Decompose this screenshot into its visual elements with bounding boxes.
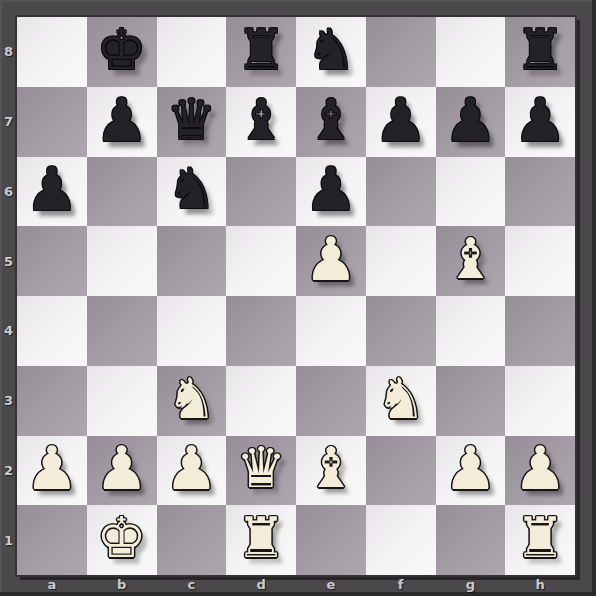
- black-pawn-f7: ♟: [374, 90, 428, 150]
- square-f4[interactable]: [366, 296, 436, 366]
- file-label-e: e: [296, 575, 366, 594]
- square-e8[interactable]: ♞: [296, 17, 366, 87]
- rank-label-8: 8: [0, 17, 17, 87]
- black-queen-c7: ♛: [166, 92, 216, 148]
- square-h5[interactable]: [505, 226, 575, 296]
- square-c7[interactable]: ♛: [157, 87, 227, 157]
- square-c3[interactable]: ♞: [157, 366, 227, 436]
- square-d1[interactable]: ♜: [226, 505, 296, 575]
- black-rook-d8: ♜: [236, 22, 286, 78]
- black-king-b8: ♚: [97, 22, 147, 78]
- file-label-d: d: [226, 575, 296, 594]
- white-pawn-b2: ♟: [95, 438, 149, 498]
- black-knight-e8: ♞: [306, 22, 356, 78]
- rank-label-6: 6: [0, 157, 17, 227]
- black-pawn-b7: ♟: [95, 90, 149, 150]
- square-a2[interactable]: ♟: [17, 436, 87, 506]
- square-f8[interactable]: [366, 17, 436, 87]
- rank-label-1: 1: [0, 505, 17, 575]
- square-g8[interactable]: [436, 17, 506, 87]
- square-h4[interactable]: [505, 296, 575, 366]
- square-c8[interactable]: [157, 17, 227, 87]
- white-pawn-g2: ♟: [443, 438, 497, 498]
- square-d4[interactable]: [226, 296, 296, 366]
- square-g1[interactable]: [436, 505, 506, 575]
- file-label-g: g: [436, 575, 506, 594]
- file-label-h: h: [505, 575, 575, 594]
- white-rook-h1: ♜: [515, 510, 565, 566]
- square-g5[interactable]: ♝: [436, 226, 506, 296]
- square-a3[interactable]: [17, 366, 87, 436]
- square-g4[interactable]: [436, 296, 506, 366]
- square-e3[interactable]: [296, 366, 366, 436]
- square-b5[interactable]: [87, 226, 157, 296]
- square-f5[interactable]: [366, 226, 436, 296]
- black-knight-c6: ♞: [166, 161, 216, 217]
- square-b4[interactable]: [87, 296, 157, 366]
- white-bishop-g5: ♝: [445, 231, 495, 287]
- square-f3[interactable]: ♞: [366, 366, 436, 436]
- square-c2[interactable]: ♟: [157, 436, 227, 506]
- square-g6[interactable]: [436, 157, 506, 227]
- square-h2[interactable]: ♟: [505, 436, 575, 506]
- white-queen-d2: ♛: [236, 440, 286, 496]
- square-d3[interactable]: [226, 366, 296, 436]
- square-b8[interactable]: ♚: [87, 17, 157, 87]
- square-f6[interactable]: [366, 157, 436, 227]
- square-c5[interactable]: [157, 226, 227, 296]
- square-g7[interactable]: ♟: [436, 87, 506, 157]
- square-f1[interactable]: [366, 505, 436, 575]
- square-e7[interactable]: ♝: [296, 87, 366, 157]
- white-pawn-e5: ♟: [304, 229, 358, 289]
- square-d7[interactable]: ♝: [226, 87, 296, 157]
- square-d2[interactable]: ♛: [226, 436, 296, 506]
- square-a5[interactable]: [17, 226, 87, 296]
- white-knight-f3: ♞: [376, 371, 426, 427]
- white-rook-d1: ♜: [236, 510, 286, 566]
- square-e4[interactable]: [296, 296, 366, 366]
- square-e2[interactable]: ♝: [296, 436, 366, 506]
- rank-label-5: 5: [0, 226, 17, 296]
- square-f7[interactable]: ♟: [366, 87, 436, 157]
- rank-label-3: 3: [0, 366, 17, 436]
- square-h1[interactable]: ♜: [505, 505, 575, 575]
- square-e1[interactable]: [296, 505, 366, 575]
- rank-label-2: 2: [0, 436, 17, 506]
- white-pawn-a2: ♟: [25, 438, 79, 498]
- square-d6[interactable]: [226, 157, 296, 227]
- white-knight-c3: ♞: [166, 371, 216, 427]
- white-pawn-h2: ♟: [513, 438, 567, 498]
- chessboard-frame: 87654321 ♚♜♞♜♟♛♝♝♟♟♟♟♞♟♟♝♞♞♟♟♟♛♝♟♟♚♜♜ ab…: [0, 0, 596, 596]
- square-a7[interactable]: [17, 87, 87, 157]
- square-b3[interactable]: [87, 366, 157, 436]
- square-d5[interactable]: [226, 226, 296, 296]
- white-pawn-c2: ♟: [164, 438, 218, 498]
- square-h8[interactable]: ♜: [505, 17, 575, 87]
- square-h6[interactable]: [505, 157, 575, 227]
- rank-label-4: 4: [0, 296, 17, 366]
- square-h7[interactable]: ♟: [505, 87, 575, 157]
- black-bishop-d7: ♝: [236, 92, 286, 148]
- file-label-c: c: [157, 575, 227, 594]
- black-rook-h8: ♜: [515, 22, 565, 78]
- white-king-b1: ♚: [97, 510, 147, 566]
- square-b2[interactable]: ♟: [87, 436, 157, 506]
- square-e6[interactable]: ♟: [296, 157, 366, 227]
- rank-label-7: 7: [0, 87, 17, 157]
- file-label-b: b: [87, 575, 157, 594]
- file-label-f: f: [366, 575, 436, 594]
- square-c6[interactable]: ♞: [157, 157, 227, 227]
- square-c1[interactable]: [157, 505, 227, 575]
- chessboard: ♚♜♞♜♟♛♝♝♟♟♟♟♞♟♟♝♞♞♟♟♟♛♝♟♟♚♜♜: [17, 17, 575, 575]
- square-c4[interactable]: [157, 296, 227, 366]
- square-e5[interactable]: ♟: [296, 226, 366, 296]
- black-bishop-e7: ♝: [306, 92, 356, 148]
- square-a8[interactable]: [17, 17, 87, 87]
- square-b7[interactable]: ♟: [87, 87, 157, 157]
- black-pawn-g7: ♟: [443, 90, 497, 150]
- black-pawn-e6: ♟: [304, 159, 358, 219]
- square-a6[interactable]: ♟: [17, 157, 87, 227]
- rank-labels: 87654321: [0, 17, 17, 575]
- square-h3[interactable]: [505, 366, 575, 436]
- black-pawn-h7: ♟: [513, 90, 567, 150]
- square-g2[interactable]: ♟: [436, 436, 506, 506]
- square-d8[interactable]: ♜: [226, 17, 296, 87]
- black-pawn-a6: ♟: [25, 159, 79, 219]
- square-a4[interactable]: [17, 296, 87, 366]
- square-b6[interactable]: [87, 157, 157, 227]
- file-labels: abcdefgh: [17, 575, 575, 594]
- square-f2[interactable]: [366, 436, 436, 506]
- file-label-a: a: [17, 575, 87, 594]
- square-b1[interactable]: ♚: [87, 505, 157, 575]
- square-a1[interactable]: [17, 505, 87, 575]
- white-bishop-e2: ♝: [306, 440, 356, 496]
- square-g3[interactable]: [436, 366, 506, 436]
